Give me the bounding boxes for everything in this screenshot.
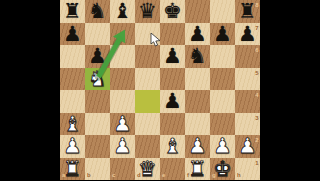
coord-rank-4: 4	[255, 92, 258, 98]
square-a8[interactable]: ♜	[60, 0, 85, 23]
piece-black-king-e8[interactable]: ♚	[160, 0, 185, 23]
coord-file-d: d	[137, 172, 141, 178]
square-b3[interactable]	[85, 113, 110, 136]
square-h5[interactable]: 5	[235, 68, 260, 91]
piece-black-bishop-c8[interactable]: ♝	[110, 0, 135, 23]
coord-file-a: a	[62, 172, 65, 178]
coord-file-g: g	[212, 172, 216, 178]
square-e4[interactable]: ♟	[160, 90, 185, 113]
coord-file-b: b	[87, 172, 91, 178]
square-g7[interactable]: ♟	[210, 23, 235, 46]
coord-rank-1: 1	[255, 160, 258, 166]
square-b7[interactable]	[85, 23, 110, 46]
piece-white-pawn-a2[interactable]: ♟	[60, 135, 85, 158]
coord-rank-7: 7	[255, 25, 258, 31]
square-b6[interactable]: ♟	[85, 45, 110, 68]
square-f6[interactable]: ♞	[185, 45, 210, 68]
square-h4[interactable]: 4	[235, 90, 260, 113]
coord-rank-5: 5	[255, 70, 258, 76]
video-frame: ♜♞♝♛♚♜8♟♟♟♟7♟♟♞6♞5♟4♝♟3♟♟♝♟♟♟2♜abc♛de♜f♚…	[0, 0, 320, 180]
piece-black-pawn-e4[interactable]: ♟	[160, 90, 185, 113]
square-f1[interactable]: ♜f	[185, 158, 210, 181]
square-g5[interactable]	[210, 68, 235, 91]
square-f5[interactable]	[185, 68, 210, 91]
square-c6[interactable]	[110, 45, 135, 68]
square-b4[interactable]	[85, 90, 110, 113]
square-c4[interactable]	[110, 90, 135, 113]
piece-white-pawn-c3[interactable]: ♟	[110, 113, 135, 136]
square-h8[interactable]: ♜8	[235, 0, 260, 23]
letterbox-right	[260, 0, 320, 180]
square-c7[interactable]	[110, 23, 135, 46]
chess-board[interactable]: ♜♞♝♛♚♜8♟♟♟♟7♟♟♞6♞5♟4♝♟3♟♟♝♟♟♟2♜abc♛de♜f♚…	[60, 0, 260, 180]
square-h7[interactable]: ♟7	[235, 23, 260, 46]
square-h2[interactable]: ♟2	[235, 135, 260, 158]
square-d6[interactable]	[135, 45, 160, 68]
square-g3[interactable]	[210, 113, 235, 136]
piece-black-pawn-a7[interactable]: ♟	[60, 23, 85, 46]
coord-rank-6: 6	[255, 47, 258, 53]
piece-black-pawn-f7[interactable]: ♟	[185, 23, 210, 46]
square-f7[interactable]: ♟	[185, 23, 210, 46]
square-c1[interactable]: c	[110, 158, 135, 181]
square-d3[interactable]	[135, 113, 160, 136]
coord-rank-2: 2	[255, 137, 258, 143]
square-g4[interactable]	[210, 90, 235, 113]
coord-file-f: f	[187, 172, 189, 178]
piece-black-knight-f6[interactable]: ♞	[185, 45, 210, 68]
square-h6[interactable]: 6	[235, 45, 260, 68]
piece-white-pawn-f2[interactable]: ♟	[185, 135, 210, 158]
square-a3[interactable]: ♝	[60, 113, 85, 136]
piece-black-pawn-b6[interactable]: ♟	[85, 45, 110, 68]
square-a7[interactable]: ♟	[60, 23, 85, 46]
piece-white-knight-b5[interactable]: ♞	[85, 68, 110, 91]
piece-black-rook-a8[interactable]: ♜	[60, 0, 85, 23]
square-g1[interactable]: ♚g	[210, 158, 235, 181]
square-f2[interactable]: ♟	[185, 135, 210, 158]
square-d7[interactable]	[135, 23, 160, 46]
square-d8[interactable]: ♛	[135, 0, 160, 23]
coord-file-h: h	[237, 172, 241, 178]
square-d1[interactable]: ♛d	[135, 158, 160, 181]
piece-black-queen-d8[interactable]: ♛	[135, 0, 160, 23]
square-e1[interactable]: e	[160, 158, 185, 181]
square-h3[interactable]: 3	[235, 113, 260, 136]
coord-rank-8: 8	[255, 2, 258, 8]
coord-file-c: c	[112, 172, 115, 178]
square-a5[interactable]	[60, 68, 85, 91]
square-d4[interactable]	[135, 90, 160, 113]
piece-black-pawn-g7[interactable]: ♟	[210, 23, 235, 46]
piece-black-knight-b8[interactable]: ♞	[85, 0, 110, 23]
square-e5[interactable]	[160, 68, 185, 91]
square-d5[interactable]	[135, 68, 160, 91]
square-e2[interactable]: ♝	[160, 135, 185, 158]
square-d2[interactable]	[135, 135, 160, 158]
square-b1[interactable]: b	[85, 158, 110, 181]
piece-white-bishop-a3[interactable]: ♝	[60, 113, 85, 136]
square-e3[interactable]	[160, 113, 185, 136]
square-g8[interactable]	[210, 0, 235, 23]
square-e8[interactable]: ♚	[160, 0, 185, 23]
square-g6[interactable]	[210, 45, 235, 68]
piece-white-pawn-c2[interactable]: ♟	[110, 135, 135, 158]
piece-white-bishop-e2[interactable]: ♝	[160, 135, 185, 158]
square-c2[interactable]: ♟	[110, 135, 135, 158]
piece-black-pawn-e6[interactable]: ♟	[160, 45, 185, 68]
coord-rank-3: 3	[255, 115, 258, 121]
square-c8[interactable]: ♝	[110, 0, 135, 23]
coord-file-e: e	[162, 172, 165, 178]
square-f4[interactable]	[185, 90, 210, 113]
square-a4[interactable]	[60, 90, 85, 113]
square-g2[interactable]: ♟	[210, 135, 235, 158]
square-e7[interactable]	[160, 23, 185, 46]
square-c5[interactable]	[110, 68, 135, 91]
square-b2[interactable]	[85, 135, 110, 158]
piece-white-pawn-g2[interactable]: ♟	[210, 135, 235, 158]
square-a6[interactable]	[60, 45, 85, 68]
letterbox-left	[0, 0, 60, 180]
square-a1[interactable]: ♜a	[60, 158, 85, 181]
square-e6[interactable]: ♟	[160, 45, 185, 68]
square-f8[interactable]	[185, 0, 210, 23]
square-b8[interactable]: ♞	[85, 0, 110, 23]
square-c3[interactable]: ♟	[110, 113, 135, 136]
square-h1[interactable]: 1h	[235, 158, 260, 181]
square-a2[interactable]: ♟	[60, 135, 85, 158]
square-f3[interactable]	[185, 113, 210, 136]
square-b5[interactable]: ♞	[85, 68, 110, 91]
